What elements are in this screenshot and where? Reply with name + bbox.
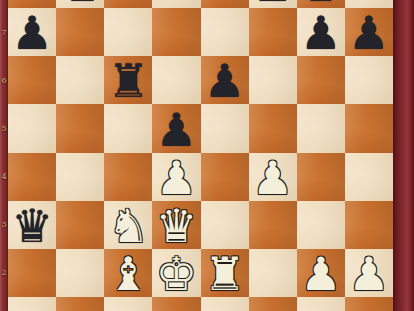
square-e3[interactable] xyxy=(201,201,249,249)
rank-label-6: 6 xyxy=(0,56,8,104)
square-g1[interactable] xyxy=(297,297,345,311)
piece-white-king-d2[interactable]: ♚ xyxy=(156,251,197,297)
square-f4[interactable]: ♟ xyxy=(249,153,297,201)
piece-black-queen-a3[interactable]: ♛ xyxy=(11,203,52,249)
square-a1[interactable] xyxy=(8,297,56,311)
square-h5[interactable] xyxy=(345,104,393,152)
piece-black-pawn-a7[interactable]: ♟ xyxy=(11,10,52,56)
square-e5[interactable] xyxy=(201,104,249,152)
square-h3[interactable] xyxy=(345,201,393,249)
square-d7[interactable] xyxy=(152,8,200,56)
square-g4[interactable] xyxy=(297,153,345,201)
piece-black-knight-b8[interactable]: ♞ xyxy=(60,0,101,8)
square-g6[interactable] xyxy=(297,56,345,104)
square-a4[interactable] xyxy=(8,153,56,201)
square-f8[interactable]: ♜ xyxy=(249,0,297,8)
square-c6[interactable]: ♜ xyxy=(104,56,152,104)
piece-white-pawn-d4[interactable]: ♟ xyxy=(156,155,197,201)
square-a6[interactable] xyxy=(8,56,56,104)
piece-white-queen-d3[interactable]: ♛ xyxy=(156,203,197,249)
square-f5[interactable] xyxy=(249,104,297,152)
piece-black-pawn-h7[interactable]: ♟ xyxy=(348,10,389,56)
square-d5[interactable]: ♟ xyxy=(152,104,200,152)
square-d1[interactable] xyxy=(152,297,200,311)
piece-white-pawn-h2[interactable]: ♟ xyxy=(348,251,389,297)
square-f2[interactable] xyxy=(249,249,297,297)
rank-label-5: 5 xyxy=(0,104,8,152)
square-h6[interactable] xyxy=(345,56,393,104)
square-g2[interactable]: ♟ xyxy=(297,249,345,297)
square-d4[interactable]: ♟ xyxy=(152,153,200,201)
square-e1[interactable] xyxy=(201,297,249,311)
square-d2[interactable]: ♚ xyxy=(152,249,200,297)
square-d6[interactable] xyxy=(152,56,200,104)
square-c3[interactable]: ♞ xyxy=(104,201,152,249)
square-d3[interactable]: ♛ xyxy=(152,201,200,249)
square-c8[interactable] xyxy=(104,0,152,8)
square-h1[interactable] xyxy=(345,297,393,311)
rank-label-4: 4 xyxy=(0,152,8,200)
rank-label-7: 7 xyxy=(0,8,8,56)
piece-black-rook-c6[interactable]: ♜ xyxy=(108,58,149,104)
board-frame-right xyxy=(393,0,414,311)
square-a7[interactable]: ♟ xyxy=(8,8,56,56)
square-c5[interactable] xyxy=(104,104,152,152)
square-b7[interactable] xyxy=(56,8,104,56)
piece-black-pawn-g7[interactable]: ♟ xyxy=(300,10,341,56)
square-a3[interactable]: ♛ xyxy=(8,201,56,249)
square-e7[interactable] xyxy=(201,8,249,56)
square-f6[interactable] xyxy=(249,56,297,104)
chess-board: ♞♜♚♟♟♟♜♟♟♟♟♛♞♛♝♚♜♟♟ xyxy=(8,0,393,311)
piece-black-pawn-e6[interactable]: ♟ xyxy=(204,58,245,104)
square-c2[interactable]: ♝ xyxy=(104,249,152,297)
piece-black-rook-f8[interactable]: ♜ xyxy=(252,0,293,8)
square-f1[interactable] xyxy=(249,297,297,311)
chess-board-screenshot: ♞♜♚♟♟♟♜♟♟♟♟♛♞♛♝♚♜♟♟ 765432 xyxy=(0,0,414,311)
square-b2[interactable] xyxy=(56,249,104,297)
square-e4[interactable] xyxy=(201,153,249,201)
square-b1[interactable] xyxy=(56,297,104,311)
piece-white-pawn-g2[interactable]: ♟ xyxy=(300,251,341,297)
square-h4[interactable] xyxy=(345,153,393,201)
square-g3[interactable] xyxy=(297,201,345,249)
square-a5[interactable] xyxy=(8,104,56,152)
piece-white-knight-c3[interactable]: ♞ xyxy=(108,203,149,249)
square-f3[interactable] xyxy=(249,201,297,249)
square-h7[interactable]: ♟ xyxy=(345,8,393,56)
square-b5[interactable] xyxy=(56,104,104,152)
rank-label-3: 3 xyxy=(0,201,8,249)
piece-white-rook-e2[interactable]: ♜ xyxy=(204,251,245,297)
square-b4[interactable] xyxy=(56,153,104,201)
square-b6[interactable] xyxy=(56,56,104,104)
square-c1[interactable] xyxy=(104,297,152,311)
square-c7[interactable] xyxy=(104,8,152,56)
square-e8[interactable] xyxy=(201,0,249,8)
square-f7[interactable] xyxy=(249,8,297,56)
square-h2[interactable]: ♟ xyxy=(345,249,393,297)
piece-white-pawn-f4[interactable]: ♟ xyxy=(252,155,293,201)
square-b3[interactable] xyxy=(56,201,104,249)
square-c4[interactable] xyxy=(104,153,152,201)
square-e6[interactable]: ♟ xyxy=(201,56,249,104)
rank-label-2: 2 xyxy=(0,249,8,297)
piece-white-bishop-c2[interactable]: ♝ xyxy=(108,251,149,297)
square-g5[interactable] xyxy=(297,104,345,152)
square-a2[interactable] xyxy=(8,249,56,297)
piece-black-pawn-d5[interactable]: ♟ xyxy=(156,107,197,153)
square-b8[interactable]: ♞ xyxy=(56,0,104,8)
square-e2[interactable]: ♜ xyxy=(201,249,249,297)
square-d8[interactable] xyxy=(152,0,200,8)
square-g7[interactable]: ♟ xyxy=(297,8,345,56)
